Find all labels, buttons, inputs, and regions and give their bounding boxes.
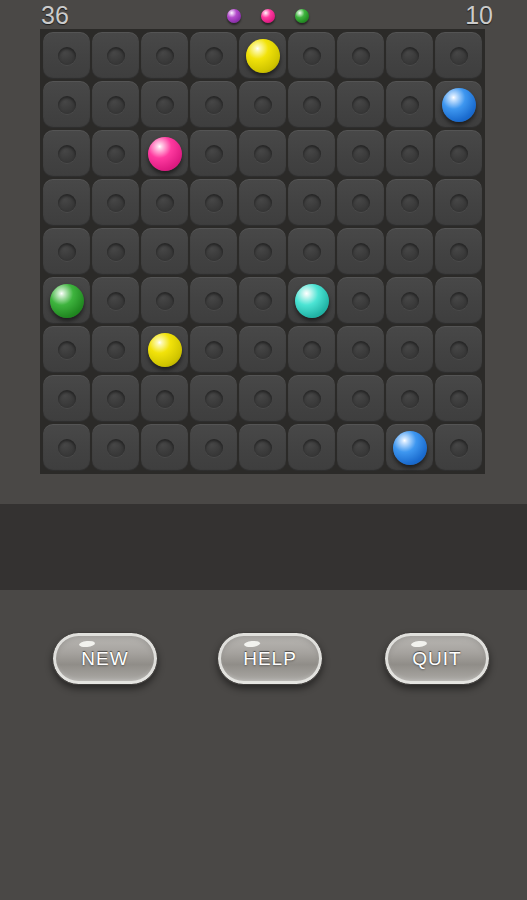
board-cell[interactable]	[190, 179, 237, 226]
board-cell[interactable]	[43, 277, 90, 324]
board-cell[interactable]	[190, 81, 237, 128]
board-cell[interactable]	[337, 228, 384, 275]
board-cell[interactable]	[337, 277, 384, 324]
board-cell[interactable]	[190, 130, 237, 177]
magenta-ball[interactable]	[148, 137, 182, 171]
board-cell[interactable]	[386, 130, 433, 177]
cell-indent	[352, 292, 370, 310]
blue-ball[interactable]	[442, 88, 476, 122]
cell-indent	[352, 194, 370, 212]
cell-indent	[303, 341, 321, 359]
board-cell[interactable]	[386, 179, 433, 226]
cell-indent	[401, 47, 419, 65]
board-cell[interactable]	[435, 277, 482, 324]
cell-indent	[58, 341, 76, 359]
board-cell[interactable]	[337, 375, 384, 422]
board-cell[interactable]	[239, 32, 286, 79]
cell-indent	[107, 390, 125, 408]
cyan-ball[interactable]	[295, 284, 329, 318]
cell-indent	[303, 145, 321, 163]
cell-indent	[58, 390, 76, 408]
board-cell[interactable]	[239, 179, 286, 226]
new-button-label: NEW	[81, 648, 128, 670]
cell-indent	[58, 96, 76, 114]
board-cell[interactable]	[288, 81, 335, 128]
board-cell[interactable]	[288, 228, 335, 275]
board-cell[interactable]	[239, 228, 286, 275]
cell-indent	[303, 243, 321, 261]
quit-button[interactable]: QUIT	[384, 632, 490, 685]
board-cell[interactable]	[141, 32, 188, 79]
next-balls	[227, 9, 309, 23]
cell-indent	[107, 292, 125, 310]
cell-indent	[58, 145, 76, 163]
cell-indent	[205, 47, 223, 65]
cell-indent	[205, 292, 223, 310]
cell-indent	[254, 390, 272, 408]
board-cell[interactable]	[337, 32, 384, 79]
help-button-label: HELP	[243, 648, 297, 670]
board-cell[interactable]	[288, 32, 335, 79]
board-cell[interactable]	[386, 375, 433, 422]
board-cell[interactable]	[92, 424, 139, 471]
board-cell[interactable]	[190, 228, 237, 275]
board-cell[interactable]	[43, 375, 90, 422]
board-cell[interactable]	[386, 326, 433, 373]
cell-indent	[450, 439, 468, 457]
board-cell[interactable]	[43, 130, 90, 177]
score-left: 36	[41, 0, 69, 30]
cell-indent	[401, 390, 419, 408]
board-cell[interactable]	[435, 326, 482, 373]
board-cell[interactable]	[337, 179, 384, 226]
board-cell[interactable]	[43, 424, 90, 471]
next-magenta-ball	[261, 9, 275, 23]
board-cell[interactable]	[141, 179, 188, 226]
cell-indent	[401, 96, 419, 114]
board-cell[interactable]	[239, 326, 286, 373]
board-cell[interactable]	[43, 228, 90, 275]
board-cell[interactable]	[239, 81, 286, 128]
cell-indent	[205, 243, 223, 261]
board-cell[interactable]	[288, 424, 335, 471]
board-cell[interactable]	[141, 375, 188, 422]
yellow-ball[interactable]	[148, 333, 182, 367]
cell-indent	[401, 292, 419, 310]
cell-indent	[107, 243, 125, 261]
board-cell[interactable]	[288, 375, 335, 422]
cell-indent	[254, 292, 272, 310]
next-green-ball	[295, 9, 309, 23]
score-right: 10	[465, 0, 493, 30]
board-cell[interactable]	[190, 277, 237, 324]
board-cell[interactable]	[92, 375, 139, 422]
board-cell[interactable]	[435, 375, 482, 422]
cell-indent	[205, 390, 223, 408]
cell-indent	[352, 243, 370, 261]
board-cell[interactable]	[43, 179, 90, 226]
board-cell[interactable]	[190, 326, 237, 373]
cell-indent	[205, 145, 223, 163]
cell-indent	[401, 145, 419, 163]
cell-indent	[107, 145, 125, 163]
board-cell[interactable]	[92, 32, 139, 79]
bottom-stripe	[0, 504, 527, 590]
new-button[interactable]: NEW	[52, 632, 158, 685]
cell-indent	[352, 47, 370, 65]
board-cell[interactable]	[386, 424, 433, 471]
help-button[interactable]: HELP	[217, 632, 323, 685]
board-cell[interactable]	[337, 81, 384, 128]
cell-indent	[450, 145, 468, 163]
board-cell[interactable]	[141, 81, 188, 128]
board-cell[interactable]	[288, 179, 335, 226]
board-cell[interactable]	[141, 326, 188, 373]
board-cell[interactable]	[239, 375, 286, 422]
cell-indent	[254, 243, 272, 261]
cell-indent	[352, 96, 370, 114]
board-cell[interactable]	[190, 424, 237, 471]
board-cell[interactable]	[337, 130, 384, 177]
board-cell[interactable]	[435, 81, 482, 128]
yellow-ball[interactable]	[246, 39, 280, 73]
cell-indent	[401, 243, 419, 261]
cell-indent	[352, 341, 370, 359]
board-cell[interactable]	[92, 179, 139, 226]
cell-indent	[107, 341, 125, 359]
board-cell[interactable]	[92, 81, 139, 128]
cell-indent	[352, 439, 370, 457]
cell-indent	[254, 439, 272, 457]
board-cell[interactable]	[337, 326, 384, 373]
board-cell[interactable]	[141, 277, 188, 324]
board-cell[interactable]	[435, 424, 482, 471]
cell-indent	[58, 243, 76, 261]
board-cell[interactable]	[386, 277, 433, 324]
cell-indent	[156, 96, 174, 114]
cell-indent	[254, 145, 272, 163]
green-ball[interactable]	[50, 284, 84, 318]
cell-indent	[58, 439, 76, 457]
cell-indent	[303, 194, 321, 212]
cell-indent	[450, 243, 468, 261]
cell-indent	[303, 390, 321, 408]
cell-indent	[450, 194, 468, 212]
cell-indent	[58, 194, 76, 212]
board-cell[interactable]	[141, 228, 188, 275]
cell-indent	[254, 194, 272, 212]
cell-indent	[156, 439, 174, 457]
cell-indent	[107, 194, 125, 212]
board-cell[interactable]	[141, 130, 188, 177]
cell-indent	[156, 390, 174, 408]
cell-indent	[205, 96, 223, 114]
board-cell[interactable]	[92, 277, 139, 324]
cell-indent	[107, 439, 125, 457]
cell-indent	[156, 47, 174, 65]
board-cell[interactable]	[239, 130, 286, 177]
board-cell[interactable]	[141, 424, 188, 471]
board-cell[interactable]	[190, 375, 237, 422]
cell-indent	[303, 439, 321, 457]
board-cell[interactable]	[43, 32, 90, 79]
board-cell[interactable]	[435, 179, 482, 226]
board-cell[interactable]	[435, 130, 482, 177]
board-cell[interactable]	[92, 228, 139, 275]
cell-indent	[156, 243, 174, 261]
board-cell[interactable]	[190, 32, 237, 79]
board-cell[interactable]	[435, 32, 482, 79]
board-cell[interactable]	[92, 130, 139, 177]
cell-indent	[156, 194, 174, 212]
cell-indent	[107, 47, 125, 65]
cell-indent	[450, 292, 468, 310]
board-cell[interactable]	[337, 424, 384, 471]
board-cell[interactable]	[43, 81, 90, 128]
cell-indent	[107, 96, 125, 114]
cell-indent	[254, 96, 272, 114]
cell-indent	[450, 390, 468, 408]
cell-indent	[58, 47, 76, 65]
cell-indent	[205, 194, 223, 212]
board-cell[interactable]	[239, 424, 286, 471]
cell-indent	[156, 292, 174, 310]
cell-indent	[303, 96, 321, 114]
quit-button-label: QUIT	[412, 648, 461, 670]
board-cell[interactable]	[239, 277, 286, 324]
cell-indent	[401, 194, 419, 212]
board-cell[interactable]	[386, 228, 433, 275]
cell-indent	[450, 47, 468, 65]
cell-indent	[254, 341, 272, 359]
cell-indent	[352, 390, 370, 408]
board	[40, 29, 485, 474]
board-cell[interactable]	[288, 277, 335, 324]
board-cell[interactable]	[386, 32, 433, 79]
cell-indent	[205, 439, 223, 457]
cell-indent	[401, 341, 419, 359]
board-cell[interactable]	[386, 81, 433, 128]
board-cell[interactable]	[435, 228, 482, 275]
cell-indent	[352, 145, 370, 163]
cell-indent	[450, 341, 468, 359]
board-cell[interactable]	[92, 326, 139, 373]
blue-ball[interactable]	[393, 431, 427, 465]
board-cell[interactable]	[43, 326, 90, 373]
board-cell[interactable]	[288, 130, 335, 177]
cell-indent	[303, 47, 321, 65]
next-purple-ball	[227, 9, 241, 23]
cell-indent	[205, 341, 223, 359]
board-cell[interactable]	[288, 326, 335, 373]
